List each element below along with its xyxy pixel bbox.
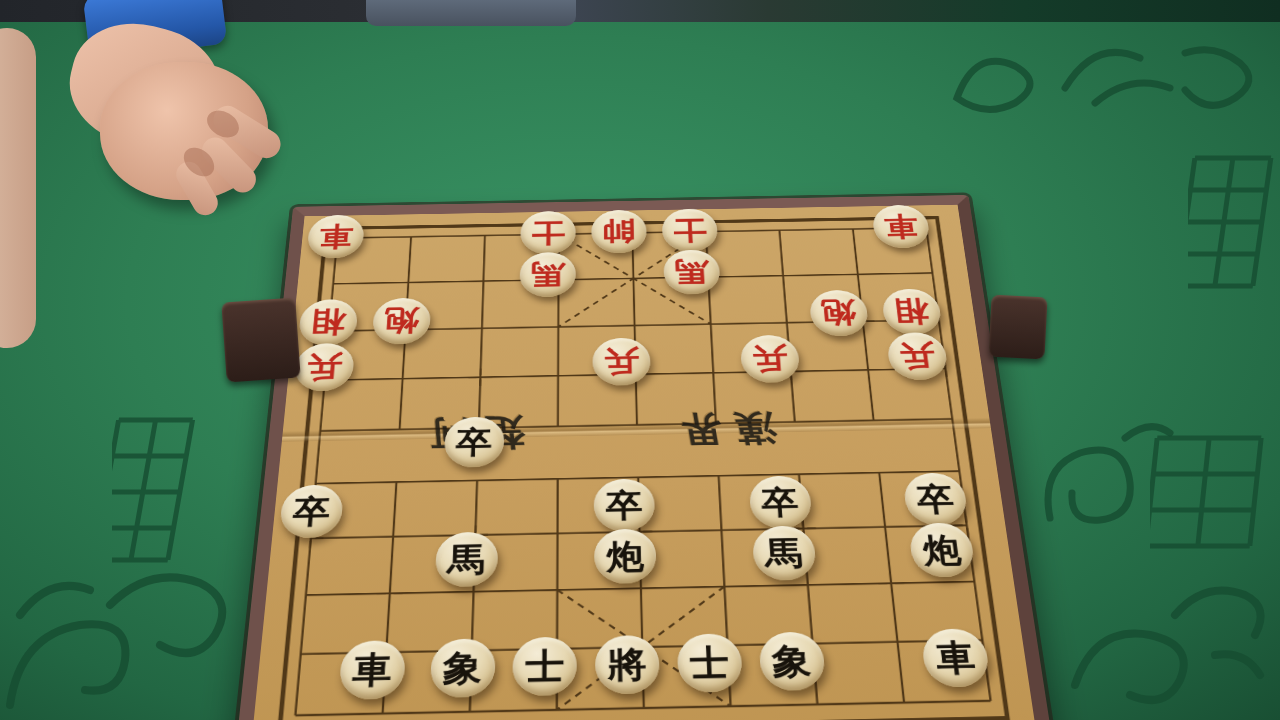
- piece-character: 炮: [921, 533, 962, 567]
- piece-black-soldier[interactable]: 卒: [443, 416, 504, 467]
- piece-black-soldier[interactable]: 卒: [748, 475, 812, 529]
- piece-character: 兵: [898, 341, 936, 370]
- piece-red-advisor[interactable]: 士: [520, 211, 576, 255]
- piece-black-cannon[interactable]: 炮: [594, 529, 657, 585]
- piece-character: 卒: [915, 483, 956, 515]
- piece-character: 車: [883, 213, 919, 240]
- piece-red-soldier[interactable]: 兵: [293, 343, 355, 392]
- piece-character: 象: [442, 650, 482, 686]
- piece-red-chariot[interactable]: 車: [871, 205, 931, 249]
- piece-black-elephant[interactable]: 象: [429, 638, 495, 698]
- piece-character: 馬: [447, 543, 486, 577]
- piece-character: 炮: [606, 540, 644, 574]
- piece-black-chariot[interactable]: 車: [338, 640, 406, 700]
- piece-red-chariot[interactable]: 車: [306, 215, 365, 259]
- piece-character: 象: [771, 643, 812, 679]
- piece-black-horse[interactable]: 馬: [434, 532, 498, 588]
- piece-red-elephant[interactable]: 相: [881, 288, 943, 335]
- piece-character: 兵: [305, 352, 343, 382]
- piece-character: 卒: [761, 486, 800, 518]
- tablecloth-pattern: [1055, 565, 1275, 715]
- piece-character: 馬: [674, 258, 709, 286]
- piece-red-advisor[interactable]: 士: [661, 208, 718, 252]
- tablecloth-pattern: [0, 545, 270, 720]
- piece-character: 車: [352, 652, 393, 688]
- piece-character: 兵: [604, 347, 640, 376]
- piece-red-soldier[interactable]: 兵: [886, 332, 949, 380]
- piece-character: 卒: [606, 489, 643, 522]
- tablecloth-pattern: [945, 28, 1275, 128]
- piece-character: 卒: [455, 426, 492, 457]
- piece-red-general[interactable]: 帥: [591, 210, 647, 254]
- piece-character: 炮: [821, 299, 858, 327]
- piece-character: 炮: [383, 307, 419, 336]
- piece-black-soldier[interactable]: 卒: [279, 485, 345, 539]
- piece-red-horse[interactable]: 馬: [520, 252, 576, 297]
- tablecloth-pattern: [1150, 430, 1270, 580]
- piece-black-advisor[interactable]: 士: [676, 633, 743, 693]
- board-clasp-left: [221, 298, 300, 383]
- arm: [0, 28, 36, 348]
- piece-black-elephant[interactable]: 象: [758, 632, 826, 692]
- scene: 楚河 漢界 車士帥士車馬馬相炮炮相兵兵兵兵卒卒卒卒卒馬炮馬炮車象士將士象車: [0, 0, 1280, 720]
- piece-red-cannon[interactable]: 炮: [809, 290, 870, 337]
- piece-character: 士: [531, 219, 565, 246]
- piece-black-cannon[interactable]: 炮: [908, 523, 976, 578]
- board-clasp-right: [988, 295, 1047, 360]
- piece-character: 士: [525, 648, 564, 684]
- piece-black-general[interactable]: 將: [595, 635, 660, 695]
- board-surface: 楚河 漢界 車士帥士車馬馬相炮炮相兵兵兵兵卒卒卒卒卒馬炮馬炮車象士將士象車: [250, 205, 1036, 720]
- piece-black-soldier[interactable]: 卒: [902, 472, 969, 525]
- piece-character: 卒: [292, 495, 332, 528]
- tablecloth-pattern: [1188, 150, 1280, 310]
- person-jeans: [366, 0, 576, 26]
- piece-red-soldier[interactable]: 兵: [592, 337, 651, 385]
- xiangqi-board[interactable]: 楚河 漢界 車士帥士車馬馬相炮炮相兵兵兵兵卒卒卒卒卒馬炮馬炮車象士將士象車: [234, 195, 1054, 720]
- piece-black-advisor[interactable]: 士: [512, 637, 577, 697]
- piece-character: 車: [318, 223, 354, 250]
- piece-character: 兵: [751, 344, 788, 373]
- pieces-layer: 車士帥士車馬馬相炮炮相兵兵兵兵卒卒卒卒卒馬炮馬炮車象士將士象車: [250, 205, 1036, 720]
- piece-character: 馬: [764, 536, 804, 570]
- piece-black-horse[interactable]: 馬: [751, 526, 817, 581]
- piece-character: 士: [672, 217, 706, 244]
- piece-character: 帥: [602, 218, 636, 245]
- piece-black-chariot[interactable]: 車: [920, 628, 991, 687]
- piece-character: 馬: [531, 261, 565, 289]
- piece-character: 相: [310, 308, 347, 337]
- piece-red-cannon[interactable]: 炮: [371, 297, 431, 344]
- piece-red-elephant[interactable]: 相: [298, 299, 359, 346]
- piece-black-soldier[interactable]: 卒: [594, 478, 656, 532]
- piece-red-horse[interactable]: 馬: [663, 250, 721, 295]
- piece-character: 士: [689, 645, 729, 681]
- piece-character: 相: [893, 297, 931, 325]
- piece-red-soldier[interactable]: 兵: [739, 335, 800, 383]
- tablecloth-pattern: [112, 412, 202, 567]
- piece-character: 將: [608, 646, 647, 682]
- piece-character: 車: [934, 640, 977, 676]
